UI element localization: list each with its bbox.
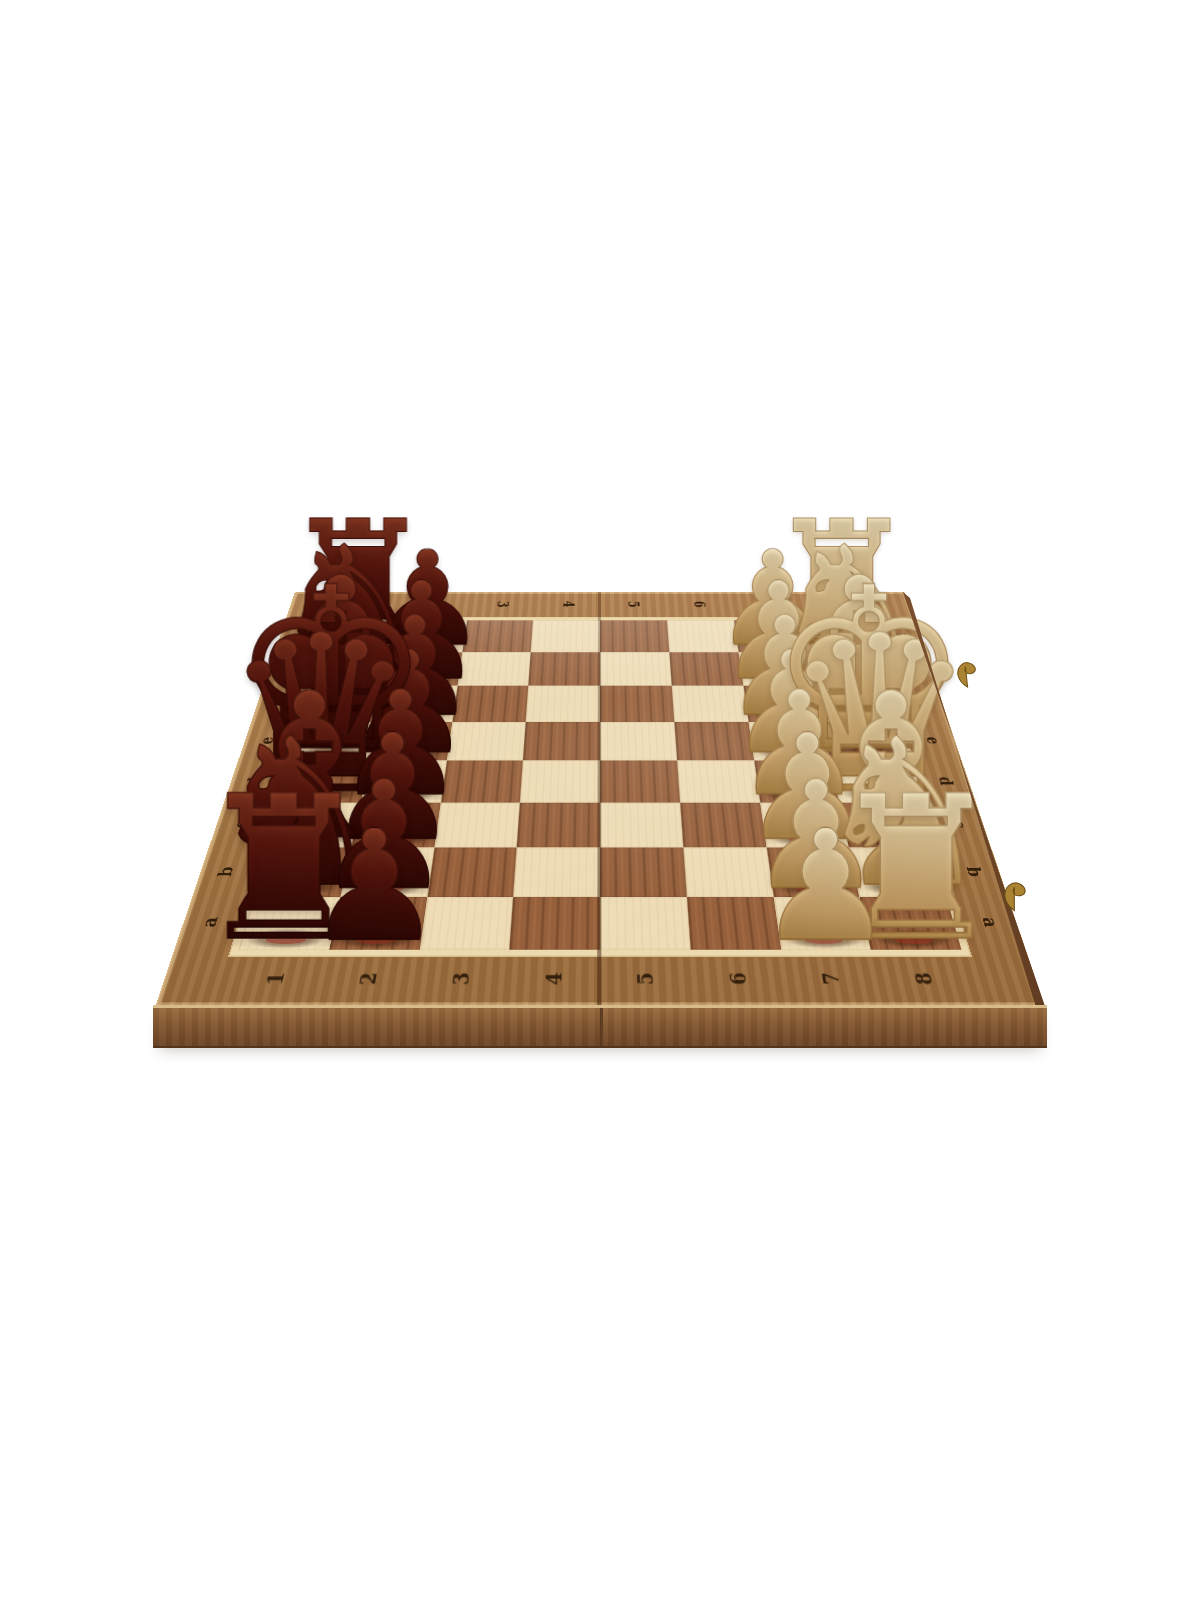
square-h5[interactable] (600, 621, 669, 652)
product-photo: ♜♟♟♜♞♟♟♞♝♟♟♝♚♟♟♚♛♟♟♛♝♟♟♝♞♟♟♞♜♟♟♜ 1122334… (0, 0, 1200, 1600)
square-b4[interactable] (513, 847, 600, 896)
square-e5[interactable] (600, 722, 677, 761)
square-b5[interactable] (600, 847, 687, 896)
square-a2[interactable]: ♟ (329, 896, 427, 949)
coordinate-label-3: 3 (450, 972, 473, 985)
board-3d-stage: ♜♟♟♜♞♟♟♞♝♟♟♝♚♟♟♚♛♟♟♛♝♟♟♝♞♟♟♞♜♟♟♜ 1122334… (295, 592, 905, 1064)
coordinate-label-8: 8 (911, 972, 936, 985)
square-h4[interactable] (531, 621, 600, 652)
coordinate-label-7: 7 (819, 972, 843, 985)
square-c4[interactable] (517, 802, 600, 847)
coordinate-label-4: 4 (543, 972, 565, 985)
fold-seam (597, 592, 601, 1006)
front-fold-seam (600, 1008, 603, 1046)
coordinate-label-5: 5 (635, 972, 657, 985)
brass-clasp-hook-top (953, 658, 983, 695)
coordinate-label-6: 6 (727, 972, 750, 985)
square-a5[interactable] (600, 896, 690, 949)
square-d4[interactable] (520, 760, 600, 802)
square-e4[interactable] (523, 722, 600, 761)
square-d5[interactable] (600, 760, 680, 802)
square-c5[interactable] (600, 802, 683, 847)
square-a7[interactable]: ♟ (773, 896, 871, 949)
square-g5[interactable] (600, 652, 671, 686)
coordinate-label-6: 6 (691, 601, 707, 607)
coordinate-label-5: 5 (625, 601, 640, 607)
coordinate-label-1: 1 (264, 972, 289, 985)
coordinate-label-3: 3 (494, 601, 510, 607)
box-front-face (153, 1005, 1047, 1048)
square-f4[interactable] (526, 686, 600, 722)
coordinate-label-4: 4 (559, 601, 574, 607)
square-f5[interactable] (600, 686, 674, 722)
light-pawn[interactable]: ♟ (757, 828, 894, 948)
square-a4[interactable] (510, 896, 600, 949)
chess-board: ♜♟♟♜♞♟♟♞♝♟♟♝♚♟♟♚♛♟♟♛♝♟♟♝♞♟♟♞♜♟♟♜ 1122334… (155, 592, 1044, 1006)
coordinate-label-2: 2 (357, 972, 381, 985)
square-g4[interactable] (529, 652, 600, 686)
dark-pawn[interactable]: ♟ (306, 828, 443, 948)
